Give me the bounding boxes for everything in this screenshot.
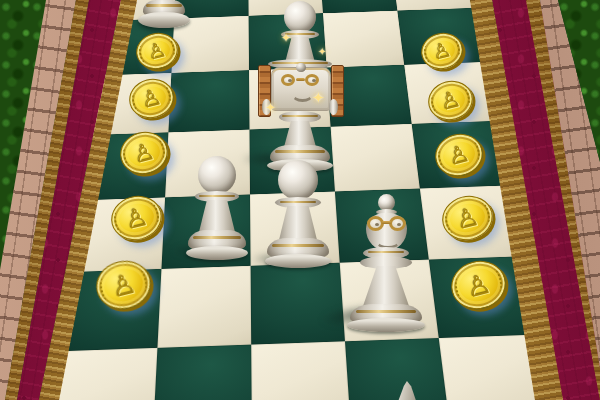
square-c4r6-light[interactable] [439,335,549,400]
sparkle-icon: ✦ [265,101,276,114]
pawn-head [198,156,236,194]
gold-ring [282,115,317,117]
pawn-body [199,200,235,232]
gold-ring [272,244,324,247]
gold-ring [275,150,325,153]
king-base-foot [347,318,425,332]
pawn-base-foot [265,254,331,268]
pawn-base-foot [138,12,190,28]
square-c0r6-light[interactable] [54,348,157,400]
tower-pawn-head [284,1,316,33]
infinity-glasses-left-lens [281,74,295,86]
glasses-bridge [296,78,305,81]
king-body [363,266,409,306]
square-c1r6-dark[interactable] [153,345,252,400]
infinity-glasses-right-lens [305,74,319,86]
gold-ring [199,195,234,197]
coin-pawn-emboss-icon: ♙ [122,201,151,235]
eye [375,223,379,226]
white-pawn-on-tower[interactable]: ✦ ✦ ✦ ✦ [248,1,352,173]
eye [312,79,316,82]
sparkle-icon: ✦ [318,47,326,57]
pawn-base-foot [186,246,248,260]
eye [397,223,401,226]
sparkle-icon: ✦ [312,91,325,106]
gold-ring [368,251,405,253]
square-c2r6-light[interactable] [251,341,351,400]
gold-ring [193,236,242,239]
white-king[interactable] [346,194,426,332]
tower-column [284,121,316,147]
eye [288,79,292,82]
pawn-body [279,206,317,240]
sparkle-icon: ✦ [281,32,291,44]
infinity-glasses-right-lens [389,216,406,231]
game-screen: ✦ ✦ ✦ ✦ [0,0,600,400]
piece-tip-bottom-edge[interactable] [395,381,421,400]
white-pawn-left[interactable] [184,156,250,262]
gold-ring [146,4,181,7]
gold-ring [280,201,317,203]
white-pawn-centre[interactable] [264,160,332,268]
forehead-disc [296,63,306,72]
smile [292,88,313,102]
gold-ring [356,310,417,313]
pawn-head [278,160,318,200]
square-c1r2-dark[interactable] [168,70,249,132]
coin-pawn-emboss-icon: ♙ [453,201,482,235]
glasses-bridge [382,221,391,224]
piece-tip-shape [395,381,421,400]
tower-bracket-right [329,99,338,115]
square-c2r5-dark[interactable] [251,263,345,345]
square-c1r5-light[interactable] [157,266,251,348]
